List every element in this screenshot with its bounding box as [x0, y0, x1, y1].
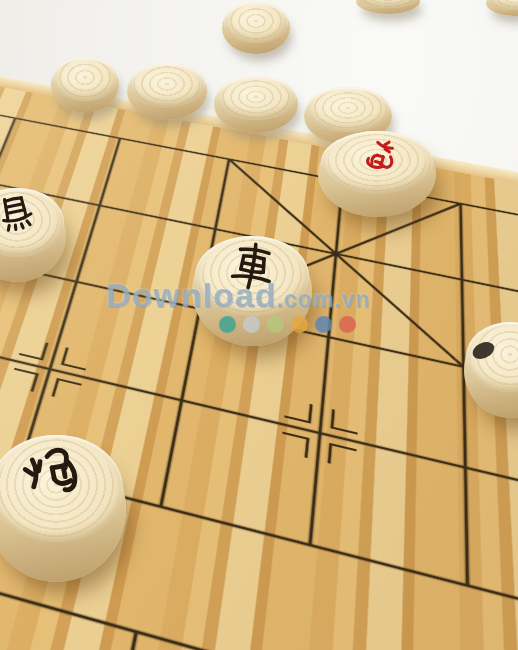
watermark-dot	[339, 316, 356, 333]
scene: Download.com.vn	[0, 0, 518, 650]
watermark-dot	[243, 316, 260, 333]
blank-piece[interactable]	[127, 63, 207, 120]
piece-face	[224, 2, 289, 43]
watermark-dots	[219, 316, 356, 333]
blank-piece[interactable]	[51, 57, 119, 113]
piece-red-cannon[interactable]	[318, 131, 436, 217]
watermark-dot	[219, 316, 236, 333]
blank-piece[interactable]	[222, 2, 290, 54]
character-cannon-black-glyph	[5, 432, 107, 524]
watermark-dot	[267, 316, 284, 333]
character-cannon-red-glyph	[353, 118, 402, 194]
piece-face	[0, 435, 123, 542]
watermark-main-text: Download	[106, 276, 276, 314]
watermark-suffix-text: .com.vn	[276, 286, 370, 312]
watermark-dot	[291, 316, 308, 333]
piece-face	[216, 76, 296, 120]
character-horse-glyph	[0, 188, 51, 243]
piece-face	[487, 0, 518, 10]
piece-face	[321, 131, 433, 194]
watermark: Download.com.vn	[106, 276, 370, 315]
blank-piece[interactable]	[214, 76, 298, 133]
piece-face	[129, 63, 205, 107]
partial-character-mark	[469, 339, 496, 363]
watermark-dot	[315, 316, 332, 333]
piece-face	[358, 0, 419, 8]
piece-face	[53, 57, 118, 101]
